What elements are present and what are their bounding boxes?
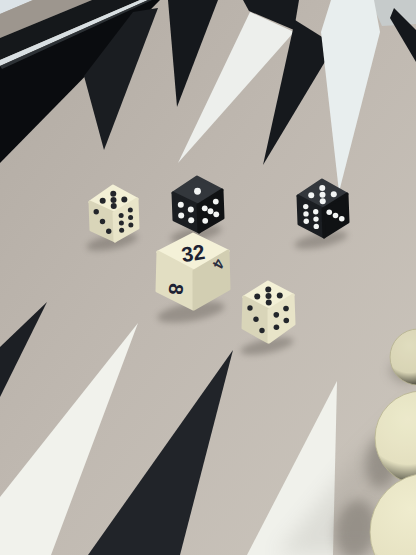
die-pip [313,209,318,214]
die-pip [320,192,326,198]
die-pip [106,229,111,234]
die-pip [128,215,133,220]
die-pip [333,213,339,219]
die-pip [178,202,184,208]
backgammon-photo: 3284 [0,0,416,555]
die-pip [111,203,117,209]
die-pip [274,324,280,330]
die-pip [303,204,308,209]
die-pip [304,218,309,223]
die-pip [121,196,127,202]
die-pip [100,198,106,204]
die-pip [253,317,258,322]
die-pip [119,213,124,218]
die-pip [314,224,319,229]
die-pip [308,192,314,198]
die-pip [259,328,264,333]
die-pip [266,293,272,299]
die-pip [208,208,214,214]
die-pip [277,293,283,299]
die-pip [188,207,194,213]
die-pip [100,219,105,224]
die-pip [283,318,289,324]
die-pip [213,199,219,205]
die-pip [283,306,289,312]
die-pip [188,217,194,223]
die-pip [303,211,308,216]
die-pip [266,299,272,305]
die-pip [213,211,219,217]
die-pip [313,216,318,221]
die-pip [111,197,117,203]
die-pip [202,205,208,211]
die-pip [326,209,332,215]
backgammon-board: 3284 [0,0,416,555]
die-pip [331,191,337,197]
die-pip [202,218,208,224]
die-pip [178,213,184,219]
doubling-cube-top-value: 32 [180,240,207,266]
die-pip [128,208,133,213]
die-pip [247,305,252,310]
die-pip [319,185,325,191]
die-pip [94,209,99,214]
die-pip [119,228,124,233]
die-pip [339,216,345,222]
die-pip [320,198,326,204]
die-pip [265,287,271,293]
die-pip [128,223,133,228]
die-pip [119,220,124,225]
die-pip [273,312,279,318]
die-pip [194,188,201,195]
die-pip [254,293,260,299]
die-pip [110,191,116,197]
